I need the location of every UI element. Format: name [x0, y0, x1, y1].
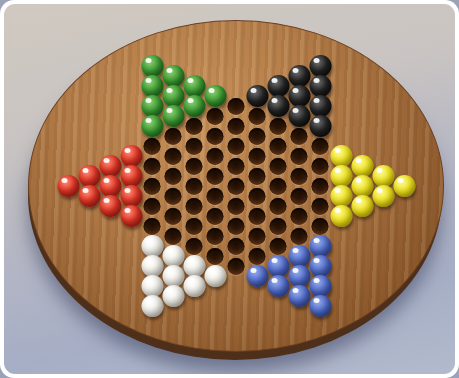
board-hole: [165, 168, 182, 185]
board-cell-c13-r5[interactable]: [310, 136, 331, 156]
board-cell-c9-r7[interactable]: [226, 216, 247, 236]
marble-yellow[interactable]: [372, 165, 394, 187]
board-hole: [207, 228, 224, 245]
board-hole: [228, 178, 245, 195]
board-cell-c15-r3[interactable]: [352, 196, 373, 216]
board-hole: [249, 128, 266, 145]
board-hole: [144, 158, 161, 175]
marble-red[interactable]: [99, 155, 121, 177]
marble-green[interactable]: [183, 95, 205, 117]
board-cell-c9-r4[interactable]: [226, 156, 247, 176]
marble-black[interactable]: [246, 85, 268, 107]
board-cell-c9-r8[interactable]: [226, 236, 247, 256]
board-cell-c12-r11[interactable]: [289, 266, 310, 286]
board-cell-c15-r2[interactable]: [352, 176, 373, 196]
board-hole: [228, 238, 245, 255]
board-cell-c8-r4[interactable]: [205, 146, 226, 166]
board-hole: [144, 138, 161, 155]
board-hole: [207, 128, 224, 145]
board-hole: [291, 148, 308, 165]
board-cell-c12-r3[interactable]: [289, 106, 310, 126]
marble-green[interactable]: [183, 75, 205, 97]
marble-green[interactable]: [141, 75, 163, 97]
board-cell-c11-r2[interactable]: [268, 96, 289, 116]
marble-green[interactable]: [162, 105, 184, 127]
board-cell-c5-r13[interactable]: [142, 296, 163, 316]
board-cell-c10-r9[interactable]: [247, 246, 268, 266]
board-cell-c10-r2[interactable]: [247, 106, 268, 126]
board-hole: [249, 188, 266, 205]
board-cell-c7-r10[interactable]: [184, 256, 205, 276]
marble-yellow[interactable]: [372, 185, 394, 207]
board-cell-c6-r12[interactable]: [163, 286, 184, 306]
marble-white[interactable]: [162, 245, 184, 267]
board-cell-c3-r2[interactable]: [100, 176, 121, 196]
board-hole: [249, 248, 266, 265]
board-hole: [270, 198, 287, 215]
board-cell-c10-r8[interactable]: [247, 226, 268, 246]
board-cell-c4-r1[interactable]: [121, 146, 142, 166]
board-hole: [270, 218, 287, 235]
board-cell-c12-r2[interactable]: [289, 86, 310, 106]
board-hole: [270, 238, 287, 255]
marble-red[interactable]: [78, 185, 100, 207]
board-cell-c6-r8[interactable]: [163, 206, 184, 226]
marble-blue[interactable]: [309, 295, 331, 317]
board-hole: [186, 238, 203, 255]
marble-red[interactable]: [120, 185, 142, 207]
board-cell-c8-r1[interactable]: [205, 86, 226, 106]
board-hole: [165, 148, 182, 165]
board-hole: [186, 198, 203, 215]
board-hole: [165, 128, 182, 145]
board-cell-c1-r1[interactable]: [58, 176, 79, 196]
board-hole: [312, 138, 329, 155]
board-hole: [228, 138, 245, 155]
board-cell-c11-r10[interactable]: [268, 256, 289, 276]
board-hole: [186, 218, 203, 235]
board-hole: [228, 118, 245, 135]
board-cell-c7-r6[interactable]: [184, 176, 205, 196]
board-cell-c14-r4[interactable]: [331, 206, 352, 226]
marble-black[interactable]: [309, 115, 331, 137]
board-cell-c5-r12[interactable]: [142, 276, 163, 296]
board-cell-c10-r5[interactable]: [247, 166, 268, 186]
marble-white[interactable]: [141, 295, 163, 317]
marble-green[interactable]: [141, 115, 163, 137]
marble-black[interactable]: [309, 95, 331, 117]
board-hole: [207, 148, 224, 165]
marble-black[interactable]: [267, 75, 289, 97]
board-cell-c8-r6[interactable]: [205, 186, 226, 206]
board-hole: [228, 198, 245, 215]
board-cell-c11-r5[interactable]: [268, 156, 289, 176]
marble-yellow[interactable]: [330, 165, 352, 187]
board-cell-c8-r2[interactable]: [205, 106, 226, 126]
board-cell-c13-r8[interactable]: [310, 196, 331, 216]
marble-yellow[interactable]: [330, 145, 352, 167]
board-hole: [249, 168, 266, 185]
board-cell-c9-r9[interactable]: [226, 256, 247, 276]
board-cell-c8-r7[interactable]: [205, 206, 226, 226]
board-cell-c11-r3[interactable]: [268, 116, 289, 136]
marble-white[interactable]: [141, 275, 163, 297]
marble-green[interactable]: [141, 55, 163, 77]
board-hole: [144, 218, 161, 235]
board-cell-c6-r5[interactable]: [163, 146, 184, 166]
board-hole: [207, 168, 224, 185]
board-cell-c6-r3[interactable]: [163, 106, 184, 126]
board-cell-c10-r3[interactable]: [247, 126, 268, 146]
board-cell-c7-r5[interactable]: [184, 156, 205, 176]
table-surface: [4, 4, 455, 374]
board-cell-c3-r1[interactable]: [100, 156, 121, 176]
board-cell-c7-r9[interactable]: [184, 236, 205, 256]
board-hole: [291, 128, 308, 145]
marble-yellow[interactable]: [393, 175, 415, 197]
board-cell-c8-r5[interactable]: [205, 166, 226, 186]
board-hole: [186, 138, 203, 155]
board-cell-c6-r9[interactable]: [163, 226, 184, 246]
board-hole: [312, 198, 329, 215]
board-cell-c12-r8[interactable]: [289, 206, 310, 226]
board-hole: [207, 208, 224, 225]
board-cell-c2-r2[interactable]: [79, 186, 100, 206]
marble-white[interactable]: [162, 265, 184, 287]
board-cell-c5-r10[interactable]: [142, 236, 163, 256]
board-cell-c7-r1[interactable]: [184, 76, 205, 96]
board-cell-c16-r2[interactable]: [373, 186, 394, 206]
board-cell-c6-r10[interactable]: [163, 246, 184, 266]
marble-blue[interactable]: [309, 235, 331, 257]
board-cell-c10-r10[interactable]: [247, 266, 268, 286]
marble-yellow[interactable]: [330, 185, 352, 207]
board-cell-c7-r8[interactable]: [184, 216, 205, 236]
board-cell-c7-r2[interactable]: [184, 96, 205, 116]
board-hole: [312, 158, 329, 175]
board-cell-c6-r4[interactable]: [163, 126, 184, 146]
marble-red[interactable]: [120, 205, 142, 227]
board-cell-c5-r5[interactable]: [142, 136, 163, 156]
board-cell-c9-r2[interactable]: [226, 116, 247, 136]
board-cell-c13-r1[interactable]: [310, 56, 331, 76]
board-hole: [207, 188, 224, 205]
board-cell-c13-r7[interactable]: [310, 176, 331, 196]
board-cell-c5-r3[interactable]: [142, 96, 163, 116]
board-hole: [291, 168, 308, 185]
marble-black[interactable]: [309, 55, 331, 77]
board-hole: [249, 108, 266, 125]
board-cell-c14-r2[interactable]: [331, 166, 352, 186]
board-cell-c13-r9[interactable]: [310, 216, 331, 236]
board-cell-c13-r6[interactable]: [310, 156, 331, 176]
board-cell-c11-r6[interactable]: [268, 176, 289, 196]
board-hole: [144, 198, 161, 215]
board-cell-c5-r7[interactable]: [142, 176, 163, 196]
board-hole: [228, 258, 245, 275]
board-cell-c11-r1[interactable]: [268, 76, 289, 96]
board-hole: [312, 178, 329, 195]
board-cell-c12-r10[interactable]: [289, 246, 310, 266]
board-cell-c12-r7[interactable]: [289, 186, 310, 206]
marble-black[interactable]: [288, 105, 310, 127]
board-cell-c12-r9[interactable]: [289, 226, 310, 246]
board-cell-c3-r3[interactable]: [100, 196, 121, 216]
photo-frame: [0, 0, 459, 378]
marble-green[interactable]: [162, 85, 184, 107]
marble-yellow[interactable]: [351, 195, 373, 217]
marble-black[interactable]: [288, 65, 310, 87]
marble-yellow[interactable]: [351, 155, 373, 177]
marble-blue[interactable]: [246, 265, 268, 287]
board-cell-c10-r7[interactable]: [247, 206, 268, 226]
board-hole: [186, 178, 203, 195]
board-cell-c9-r3[interactable]: [226, 136, 247, 156]
marble-red[interactable]: [120, 165, 142, 187]
board-cell-c9-r6[interactable]: [226, 196, 247, 216]
board-cell-c8-r9[interactable]: [205, 246, 226, 266]
board-cell-c13-r13[interactable]: [310, 296, 331, 316]
board-hole: [207, 248, 224, 265]
board-cell-c12-r5[interactable]: [289, 146, 310, 166]
board-cell-c7-r7[interactable]: [184, 196, 205, 216]
board-cell-c5-r9[interactable]: [142, 216, 163, 236]
marble-blue[interactable]: [309, 255, 331, 277]
board-cell-c8-r8[interactable]: [205, 226, 226, 246]
board-cell-c13-r12[interactable]: [310, 276, 331, 296]
marble-blue[interactable]: [288, 285, 310, 307]
board-cell-c11-r4[interactable]: [268, 136, 289, 156]
board-cell-c12-r6[interactable]: [289, 166, 310, 186]
board-cell-c14-r3[interactable]: [331, 186, 352, 206]
board-cell-c13-r2[interactable]: [310, 76, 331, 96]
board-cell-c7-r11[interactable]: [184, 276, 205, 296]
board-hole: [291, 188, 308, 205]
marble-yellow[interactable]: [330, 205, 352, 227]
board-cell-c6-r11[interactable]: [163, 266, 184, 286]
board-cell-c5-r11[interactable]: [142, 256, 163, 276]
board-hole: [249, 208, 266, 225]
board-cell-c5-r1[interactable]: [142, 56, 163, 76]
board-hole: [249, 148, 266, 165]
board-hole: [165, 228, 182, 245]
marble-black[interactable]: [267, 95, 289, 117]
board-cell-c5-r8[interactable]: [142, 196, 163, 216]
board-cell-c9-r1[interactable]: [226, 96, 247, 116]
marble-blue[interactable]: [288, 245, 310, 267]
board-hole: [270, 138, 287, 155]
board-hole: [165, 208, 182, 225]
board-hole: [165, 188, 182, 205]
board-hole: [291, 208, 308, 225]
marble-green[interactable]: [204, 85, 226, 107]
board-hole: [270, 158, 287, 175]
board-cell-c10-r4[interactable]: [247, 146, 268, 166]
board-cell-c12-r4[interactable]: [289, 126, 310, 146]
board-cell-c16-r1[interactable]: [373, 166, 394, 186]
board-cell-c7-r4[interactable]: [184, 136, 205, 156]
board-cell-c13-r3[interactable]: [310, 96, 331, 116]
marble-yellow[interactable]: [351, 175, 373, 197]
board-cell-c11-r11[interactable]: [268, 276, 289, 296]
marble-white[interactable]: [183, 255, 205, 277]
marble-green[interactable]: [141, 95, 163, 117]
board-hole: [228, 158, 245, 175]
board-cell-c10-r1[interactable]: [247, 86, 268, 106]
board-cell-c10-r6[interactable]: [247, 186, 268, 206]
board-cell-c5-r4[interactable]: [142, 116, 163, 136]
board-cell-c6-r6[interactable]: [163, 166, 184, 186]
board-hole: [186, 158, 203, 175]
marble-blue[interactable]: [288, 265, 310, 287]
board-cell-c8-r10[interactable]: [205, 266, 226, 286]
board-cell-c6-r1[interactable]: [163, 66, 184, 86]
board-cell-c5-r6[interactable]: [142, 156, 163, 176]
board-hole: [186, 118, 203, 135]
board-cell-c13-r4[interactable]: [310, 116, 331, 136]
board-cell-c13-r11[interactable]: [310, 256, 331, 276]
board-cell-c8-r3[interactable]: [205, 126, 226, 146]
board-cell-c17-r1[interactable]: [394, 176, 415, 196]
board-hole: [291, 228, 308, 245]
board-cell-c11-r7[interactable]: [268, 196, 289, 216]
board-hole: [270, 178, 287, 195]
marble-white[interactable]: [204, 265, 226, 287]
marble-black[interactable]: [288, 85, 310, 107]
board-cell-c11-r8[interactable]: [268, 216, 289, 236]
board-cell-c13-r10[interactable]: [310, 236, 331, 256]
marble-white[interactable]: [141, 255, 163, 277]
board-grid: [58, 56, 415, 316]
board-hole: [207, 108, 224, 125]
board-cell-c4-r4[interactable]: [121, 206, 142, 226]
marble-red[interactable]: [120, 145, 142, 167]
marble-red[interactable]: [57, 175, 79, 197]
marble-red[interactable]: [99, 195, 121, 217]
marble-blue[interactable]: [309, 275, 331, 297]
chinese-checkers-board: [28, 20, 444, 352]
marble-blue[interactable]: [267, 275, 289, 297]
board-hole: [144, 178, 161, 195]
marble-white[interactable]: [162, 285, 184, 307]
marble-red[interactable]: [78, 165, 100, 187]
board-cell-c7-r3[interactable]: [184, 116, 205, 136]
marble-green[interactable]: [162, 65, 184, 87]
board-cell-c5-r2[interactable]: [142, 76, 163, 96]
board-cell-c9-r5[interactable]: [226, 176, 247, 196]
board-hole: [228, 98, 245, 115]
marble-white[interactable]: [183, 275, 205, 297]
board-cell-c6-r2[interactable]: [163, 86, 184, 106]
board-hole: [270, 118, 287, 135]
board-cell-c12-r12[interactable]: [289, 286, 310, 306]
board-hole: [312, 218, 329, 235]
board-cell-c15-r1[interactable]: [352, 156, 373, 176]
board-cell-c2-r1[interactable]: [79, 166, 100, 186]
board-cell-c6-r7[interactable]: [163, 186, 184, 206]
marble-white[interactable]: [141, 235, 163, 257]
board-cell-c4-r2[interactable]: [121, 166, 142, 186]
marble-red[interactable]: [99, 175, 121, 197]
board-cell-c14-r1[interactable]: [331, 146, 352, 166]
board-hole: [249, 228, 266, 245]
marble-blue[interactable]: [267, 255, 289, 277]
board-cell-c11-r9[interactable]: [268, 236, 289, 256]
board-cell-c4-r3[interactable]: [121, 186, 142, 206]
board-cell-c12-r1[interactable]: [289, 66, 310, 86]
board-hole: [228, 218, 245, 235]
marble-black[interactable]: [309, 75, 331, 97]
